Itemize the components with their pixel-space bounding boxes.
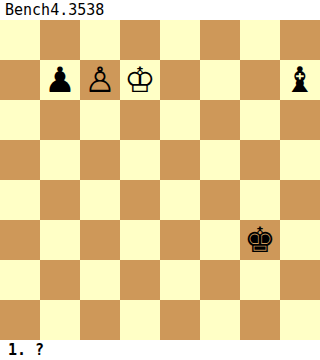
square-a5[interactable] [0, 140, 40, 180]
square-h2[interactable] [280, 260, 320, 300]
square-d8[interactable] [120, 20, 160, 60]
square-e6[interactable] [160, 100, 200, 140]
square-e7[interactable] [160, 60, 200, 100]
square-e1[interactable] [160, 300, 200, 340]
square-b4[interactable] [40, 180, 80, 220]
square-f4[interactable] [200, 180, 240, 220]
square-b6[interactable] [40, 100, 80, 140]
square-d1[interactable] [120, 300, 160, 340]
square-e5[interactable] [160, 140, 200, 180]
square-g1[interactable] [240, 300, 280, 340]
square-f5[interactable] [200, 140, 240, 180]
square-g6[interactable] [240, 100, 280, 140]
square-b2[interactable] [40, 260, 80, 300]
square-f6[interactable] [200, 100, 240, 140]
square-f3[interactable] [200, 220, 240, 260]
square-d6[interactable] [120, 100, 160, 140]
square-d3[interactable] [120, 220, 160, 260]
black-bishop: ♝ [284, 60, 315, 100]
square-f2[interactable] [200, 260, 240, 300]
square-h3[interactable] [280, 220, 320, 260]
square-f8[interactable] [200, 20, 240, 60]
square-e3[interactable] [160, 220, 200, 260]
move-prompt-bar: 1. ? [0, 340, 320, 360]
square-a2[interactable] [0, 260, 40, 300]
square-c3[interactable] [80, 220, 120, 260]
square-d7[interactable]: ♔ [120, 60, 160, 100]
square-c6[interactable] [80, 100, 120, 140]
square-h1[interactable] [280, 300, 320, 340]
square-f1[interactable] [200, 300, 240, 340]
square-a7[interactable] [0, 60, 40, 100]
square-b7[interactable]: ♟ [40, 60, 80, 100]
square-g7[interactable] [240, 60, 280, 100]
square-e8[interactable] [160, 20, 200, 60]
black-pawn: ♟ [44, 60, 75, 100]
square-d4[interactable] [120, 180, 160, 220]
square-h8[interactable] [280, 20, 320, 60]
square-c1[interactable] [80, 300, 120, 340]
page-title: Bench4.3538 [5, 1, 104, 19]
square-h6[interactable] [280, 100, 320, 140]
square-b8[interactable] [40, 20, 80, 60]
square-g5[interactable] [240, 140, 280, 180]
square-h7[interactable]: ♝ [280, 60, 320, 100]
chess-app-window: Bench4.3538 ♟♙♔♝♚ 1. ? [0, 0, 320, 360]
title-bar: Bench4.3538 [0, 0, 320, 20]
chess-board: ♟♙♔♝♚ [0, 20, 320, 340]
black-king: ♚ [244, 220, 275, 260]
square-g2[interactable] [240, 260, 280, 300]
square-b5[interactable] [40, 140, 80, 180]
move-prompt: 1. ? [8, 341, 44, 359]
square-c8[interactable] [80, 20, 120, 60]
square-c2[interactable] [80, 260, 120, 300]
square-a8[interactable] [0, 20, 40, 60]
square-c4[interactable] [80, 180, 120, 220]
square-e2[interactable] [160, 260, 200, 300]
square-d5[interactable] [120, 140, 160, 180]
square-g3[interactable]: ♚ [240, 220, 280, 260]
square-b1[interactable] [40, 300, 80, 340]
square-a1[interactable] [0, 300, 40, 340]
square-h4[interactable] [280, 180, 320, 220]
square-g8[interactable] [240, 20, 280, 60]
white-king: ♔ [124, 60, 155, 100]
square-d2[interactable] [120, 260, 160, 300]
square-f7[interactable] [200, 60, 240, 100]
square-h5[interactable] [280, 140, 320, 180]
square-c7[interactable]: ♙ [80, 60, 120, 100]
square-e4[interactable] [160, 180, 200, 220]
square-a6[interactable] [0, 100, 40, 140]
square-b3[interactable] [40, 220, 80, 260]
square-g4[interactable] [240, 180, 280, 220]
square-a4[interactable] [0, 180, 40, 220]
square-a3[interactable] [0, 220, 40, 260]
square-c5[interactable] [80, 140, 120, 180]
white-pawn: ♙ [84, 60, 115, 100]
